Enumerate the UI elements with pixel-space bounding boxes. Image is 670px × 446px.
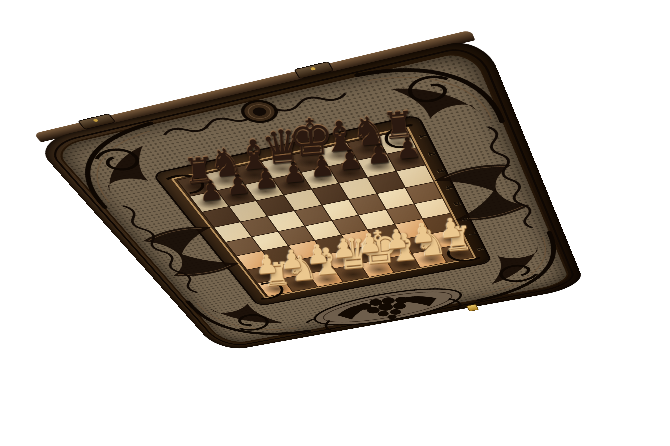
hinge-pin-icon xyxy=(93,119,99,123)
hinge-pin-icon xyxy=(310,67,316,71)
piece-black-rook-h8[interactable]: ♜ xyxy=(365,106,432,148)
carved-chess-case: 12345678 xyxy=(32,36,586,353)
photo-background: 12345678 ♜♞♝♛♚♝♞♜♟♟♟♟♟♟♟♟♟♟♟♟♟♟♟♟♜♞♝♛♚♝♞… xyxy=(0,0,670,446)
piece-white-pawn-h2[interactable]: ♟ xyxy=(418,212,484,244)
